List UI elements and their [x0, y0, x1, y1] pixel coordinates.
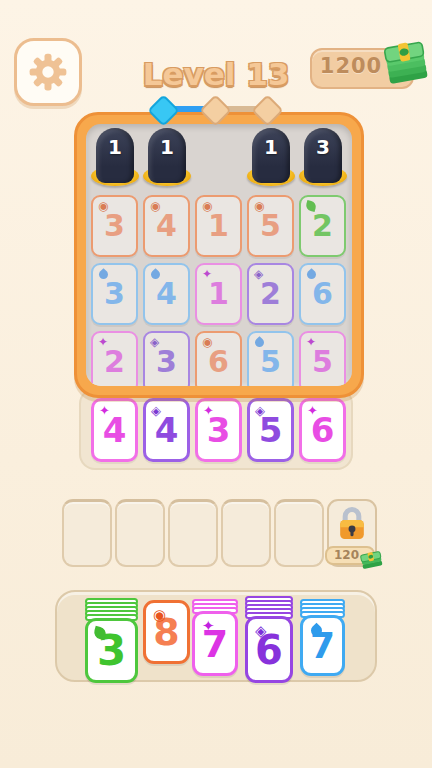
card-value: 5 — [312, 347, 333, 377]
empty-slot[interactable] — [115, 499, 165, 567]
hand-stack[interactable]: 8◉ — [143, 600, 190, 664]
staging-card[interactable]: 3✦ — [195, 398, 242, 462]
card-value: 6 — [311, 413, 335, 447]
sparkle-icon: ✦ — [98, 336, 108, 348]
sparkle-icon: ✦ — [307, 404, 318, 417]
hand-card-front: 7 — [300, 615, 345, 676]
board-card[interactable]: 1✦ — [195, 263, 242, 325]
board-card[interactable]: 5 — [247, 331, 294, 386]
hand-stack[interactable]: 7✦ — [192, 599, 238, 676]
card-value: 3 — [104, 279, 125, 309]
hand-card-front: 7✦ — [192, 611, 238, 676]
card-value: 4 — [156, 279, 177, 309]
counter-pin: 1 — [141, 126, 193, 190]
eye-icon: ◉ — [98, 200, 108, 212]
sparkle-icon: ✦ — [99, 404, 110, 417]
sparkle-icon: ✦ — [306, 336, 316, 348]
locked-slot[interactable]: 120 — [327, 499, 377, 567]
board-card[interactable]: 6◉ — [195, 331, 242, 386]
card-value: 2 — [260, 279, 281, 309]
eye-icon: ◉ — [150, 200, 160, 212]
padlock-icon — [333, 504, 371, 544]
game-board: 1113 3◉4◉1◉5◉2341✦2◈62✦3◈6◉55✦ — [74, 112, 364, 398]
board-card[interactable]: 4 — [143, 263, 190, 325]
counter-pin: 1 — [89, 126, 141, 190]
sparkle-icon: ✦ — [202, 619, 215, 634]
eye-icon: ◉ — [202, 200, 212, 212]
card-value: 4 — [156, 211, 177, 241]
card-value: 3 — [207, 413, 231, 447]
gem-icon: ◈ — [255, 624, 267, 639]
board-card[interactable]: 3◉ — [91, 195, 138, 257]
staging-card[interactable]: 6✦ — [299, 398, 346, 462]
game-screen: 1200 Level 13 4✦4◈3✦5◈6✦ 1113 3◉4◉1◉5◉23… — [0, 0, 432, 768]
gem-icon: ◈ — [150, 336, 159, 348]
card-value: 6 — [312, 279, 333, 309]
staging-panel: 4✦4◈3✦5◈6✦ — [79, 388, 353, 470]
hand-card-front: 6◈ — [245, 616, 293, 683]
money-icon-small — [357, 544, 385, 572]
level-title: Level 13 — [0, 56, 432, 92]
counter-value: 1 — [252, 128, 290, 183]
board-card[interactable]: 5◉ — [247, 195, 294, 257]
empty-slot[interactable] — [168, 499, 218, 567]
gem-icon: ◈ — [255, 404, 265, 417]
counter-value: 1 — [96, 128, 134, 183]
empty-slot[interactable] — [274, 499, 324, 567]
card-value: 1 — [208, 279, 229, 309]
card-value: 6 — [208, 347, 229, 377]
board-card[interactable]: 5✦ — [299, 331, 346, 386]
board-card[interactable]: 3 — [91, 263, 138, 325]
board-card[interactable]: 3◈ — [143, 331, 190, 386]
card-value: 5 — [260, 347, 281, 377]
empty-slot[interactable] — [221, 499, 271, 567]
card-value: 1 — [208, 211, 229, 241]
eye-icon: ◉ — [254, 200, 264, 212]
counter-value: 3 — [304, 128, 342, 183]
hand-stack[interactable]: 6◈ — [245, 596, 293, 683]
hand-card-front: 3 — [85, 618, 138, 683]
card-value: 4 — [155, 413, 179, 447]
card-value: 3 — [104, 211, 125, 241]
sparkle-icon: ✦ — [203, 404, 214, 417]
staging-card[interactable]: 4◈ — [143, 398, 190, 462]
hand-card-front: 8◉ — [143, 600, 190, 664]
staging-card[interactable]: 4✦ — [91, 398, 138, 462]
counter-value: 1 — [148, 128, 186, 183]
eye-icon: ◉ — [153, 608, 166, 623]
hand-stack[interactable]: 3 — [85, 598, 138, 683]
board-card[interactable]: 6 — [299, 263, 346, 325]
eye-icon: ◉ — [202, 336, 212, 348]
staging-card[interactable]: 5◈ — [247, 398, 294, 462]
board-card[interactable]: 2✦ — [91, 331, 138, 386]
card-value: 5 — [260, 211, 281, 241]
board-card[interactable]: 1◉ — [195, 195, 242, 257]
board-card[interactable]: 2 — [299, 195, 346, 257]
card-value: 5 — [259, 413, 283, 447]
sparkle-icon: ✦ — [202, 268, 212, 280]
counter-pin: 3 — [297, 126, 349, 190]
counter-pin: 1 — [245, 126, 297, 190]
card-value: 2 — [312, 211, 333, 241]
hand-stack[interactable]: 7 — [300, 599, 345, 676]
card-value: 3 — [156, 347, 177, 377]
gem-icon: ◈ — [254, 268, 263, 280]
empty-slot[interactable] — [62, 499, 112, 567]
gem-icon: ◈ — [151, 404, 161, 417]
board-card[interactable]: 4◉ — [143, 195, 190, 257]
card-value: 2 — [104, 347, 125, 377]
card-value: 4 — [103, 413, 127, 447]
board-card[interactable]: 2◈ — [247, 263, 294, 325]
board-grid: 1113 3◉4◉1◉5◉2341✦2◈62✦3◈6◉55✦ — [86, 124, 352, 386]
